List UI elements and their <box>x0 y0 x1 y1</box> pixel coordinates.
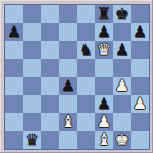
square-h2[interactable] <box>131 113 149 131</box>
square-b8[interactable] <box>23 5 41 23</box>
square-c8[interactable] <box>41 5 59 23</box>
square-h3[interactable]: ♟ <box>131 95 149 113</box>
piece-black-rook[interactable]: ♜ <box>97 5 111 23</box>
square-g3[interactable] <box>113 95 131 113</box>
square-d8[interactable] <box>59 5 77 23</box>
square-c4[interactable] <box>41 77 59 95</box>
square-f3[interactable]: ♟ <box>95 95 113 113</box>
square-c6[interactable] <box>41 41 59 59</box>
square-g8[interactable]: ♚ <box>113 5 131 23</box>
square-f1[interactable]: ♝ <box>95 131 113 149</box>
square-e5[interactable] <box>77 59 95 77</box>
square-d3[interactable] <box>59 95 77 113</box>
square-a8[interactable] <box>5 5 23 23</box>
square-b2[interactable] <box>23 113 41 131</box>
piece-white-king[interactable]: ♚ <box>115 131 129 149</box>
piece-black-king[interactable]: ♚ <box>115 5 129 23</box>
piece-black-queen[interactable]: ♛ <box>25 131 39 149</box>
board-frame: ♜♚♟♟♟♞♛♟♟♟♟♟♝♟♛♝♚ <box>0 0 153 153</box>
square-b3[interactable] <box>23 95 41 113</box>
square-d5[interactable] <box>59 59 77 77</box>
square-d6[interactable] <box>59 41 77 59</box>
square-a3[interactable] <box>5 95 23 113</box>
square-e3[interactable] <box>77 95 95 113</box>
square-a2[interactable] <box>5 113 23 131</box>
square-h7[interactable]: ♟ <box>131 23 149 41</box>
square-f4[interactable] <box>95 77 113 95</box>
piece-white-queen[interactable]: ♛ <box>97 41 111 59</box>
square-e4[interactable] <box>77 77 95 95</box>
square-f5[interactable] <box>95 59 113 77</box>
square-d1[interactable] <box>59 131 77 149</box>
piece-black-pawn[interactable]: ♟ <box>7 23 21 41</box>
piece-white-pawn[interactable]: ♟ <box>115 77 129 95</box>
square-b4[interactable] <box>23 77 41 95</box>
square-h4[interactable] <box>131 77 149 95</box>
square-d7[interactable] <box>59 23 77 41</box>
square-f2[interactable]: ♟ <box>95 113 113 131</box>
square-e8[interactable] <box>77 5 95 23</box>
square-e2[interactable] <box>77 113 95 131</box>
square-b5[interactable] <box>23 59 41 77</box>
square-h1[interactable] <box>131 131 149 149</box>
piece-black-pawn[interactable]: ♟ <box>133 23 147 41</box>
square-e1[interactable] <box>77 131 95 149</box>
piece-black-pawn[interactable]: ♟ <box>97 23 111 41</box>
piece-black-pawn[interactable]: ♟ <box>61 77 75 95</box>
chess-board: ♜♚♟♟♟♞♛♟♟♟♟♟♝♟♛♝♚ <box>4 4 150 150</box>
square-g6[interactable]: ♟ <box>113 41 131 59</box>
piece-white-bishop[interactable]: ♝ <box>61 113 75 131</box>
square-a6[interactable] <box>5 41 23 59</box>
piece-black-pawn[interactable]: ♟ <box>115 41 129 59</box>
square-h5[interactable] <box>131 59 149 77</box>
square-h8[interactable] <box>131 5 149 23</box>
square-d2[interactable]: ♝ <box>59 113 77 131</box>
square-e7[interactable] <box>77 23 95 41</box>
square-a7[interactable]: ♟ <box>5 23 23 41</box>
piece-white-pawn[interactable]: ♟ <box>133 95 147 113</box>
square-b1[interactable]: ♛ <box>23 131 41 149</box>
square-f7[interactable]: ♟ <box>95 23 113 41</box>
square-c2[interactable] <box>41 113 59 131</box>
square-c3[interactable] <box>41 95 59 113</box>
piece-white-pawn[interactable]: ♟ <box>97 113 111 131</box>
square-c5[interactable] <box>41 59 59 77</box>
square-d4[interactable]: ♟ <box>59 77 77 95</box>
square-g2[interactable] <box>113 113 131 131</box>
piece-black-knight[interactable]: ♞ <box>79 41 93 59</box>
square-h6[interactable] <box>131 41 149 59</box>
square-a1[interactable] <box>5 131 23 149</box>
square-g5[interactable] <box>113 59 131 77</box>
square-a4[interactable] <box>5 77 23 95</box>
piece-black-pawn[interactable]: ♟ <box>97 95 111 113</box>
square-c1[interactable] <box>41 131 59 149</box>
square-g1[interactable]: ♚ <box>113 131 131 149</box>
square-f6[interactable]: ♛ <box>95 41 113 59</box>
piece-white-bishop[interactable]: ♝ <box>97 131 111 149</box>
square-g4[interactable]: ♟ <box>113 77 131 95</box>
square-c7[interactable] <box>41 23 59 41</box>
square-g7[interactable] <box>113 23 131 41</box>
square-e6[interactable]: ♞ <box>77 41 95 59</box>
square-f8[interactable]: ♜ <box>95 5 113 23</box>
square-a5[interactable] <box>5 59 23 77</box>
square-b7[interactable] <box>23 23 41 41</box>
square-b6[interactable] <box>23 41 41 59</box>
